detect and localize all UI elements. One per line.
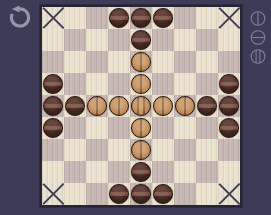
cell-h2[interactable] <box>196 29 218 51</box>
cell-a5[interactable] <box>42 95 64 117</box>
restart-circular-arrow-icon <box>7 4 33 30</box>
cell-h5[interactable] <box>196 95 218 117</box>
cell-i9[interactable] <box>218 183 240 205</box>
cell-b5[interactable] <box>64 95 86 117</box>
cell-f4[interactable] <box>152 73 174 95</box>
attacker-piece[interactable] <box>219 118 239 138</box>
attacker-piece[interactable] <box>131 184 151 204</box>
cell-f3[interactable] <box>152 51 174 73</box>
cell-e2[interactable] <box>130 29 152 51</box>
cell-f2[interactable] <box>152 29 174 51</box>
defender-piece[interactable] <box>87 96 107 116</box>
king-piece[interactable] <box>131 96 151 116</box>
cell-b2[interactable] <box>64 29 86 51</box>
cell-b7[interactable] <box>64 139 86 161</box>
cell-c3[interactable] <box>86 51 108 73</box>
cell-i5[interactable] <box>218 95 240 117</box>
defender-piece[interactable] <box>131 74 151 94</box>
corner-x-mark <box>218 7 240 29</box>
cell-a9[interactable] <box>42 183 64 205</box>
cell-i7[interactable] <box>218 139 240 161</box>
attacker-piece[interactable] <box>219 74 239 94</box>
attacker-piece[interactable] <box>131 162 151 182</box>
cell-a1[interactable] <box>42 7 64 29</box>
cell-i1[interactable] <box>218 7 240 29</box>
cell-a4[interactable] <box>42 73 64 95</box>
cell-d6[interactable] <box>108 117 130 139</box>
cell-d7[interactable] <box>108 139 130 161</box>
cell-e8[interactable] <box>130 161 152 183</box>
attacker-piece[interactable] <box>43 96 63 116</box>
cell-i8[interactable] <box>218 161 240 183</box>
cell-d9[interactable] <box>108 183 130 205</box>
cell-c2[interactable] <box>86 29 108 51</box>
cell-g2[interactable] <box>174 29 196 51</box>
defender-piece[interactable] <box>131 52 151 72</box>
cell-g6[interactable] <box>174 117 196 139</box>
cell-h1[interactable] <box>196 7 218 29</box>
cell-a3[interactable] <box>42 51 64 73</box>
cell-i4[interactable] <box>218 73 240 95</box>
corner-x-mark <box>218 183 240 205</box>
game-screen <box>0 0 271 215</box>
cell-b1[interactable] <box>64 7 86 29</box>
attacker-piece[interactable] <box>43 74 63 94</box>
cell-g4[interactable] <box>174 73 196 95</box>
cell-i2[interactable] <box>218 29 240 51</box>
cell-c5[interactable] <box>86 95 108 117</box>
cell-d4[interactable] <box>108 73 130 95</box>
cell-h7[interactable] <box>196 139 218 161</box>
corner-x-mark <box>42 183 64 205</box>
cell-h9[interactable] <box>196 183 218 205</box>
cell-d1[interactable] <box>108 7 130 29</box>
defender-disc-icon <box>248 9 268 28</box>
attacker-disc-icon <box>248 28 268 47</box>
cell-e5[interactable] <box>130 95 152 117</box>
defender-piece[interactable] <box>153 96 173 116</box>
cell-h6[interactable] <box>196 117 218 139</box>
tablut-board[interactable] <box>40 5 242 207</box>
cell-f9[interactable] <box>152 183 174 205</box>
cell-e1[interactable] <box>130 7 152 29</box>
cell-d3[interactable] <box>108 51 130 73</box>
cell-c8[interactable] <box>86 161 108 183</box>
attacker-piece[interactable] <box>109 184 129 204</box>
cell-a2[interactable] <box>42 29 64 51</box>
attacker-piece[interactable] <box>197 96 217 116</box>
attacker-piece[interactable] <box>43 118 63 138</box>
cell-a6[interactable] <box>42 117 64 139</box>
cell-g8[interactable] <box>174 161 196 183</box>
corner-x-mark <box>42 7 64 29</box>
cell-f8[interactable] <box>152 161 174 183</box>
cell-g7[interactable] <box>174 139 196 161</box>
attacker-piece[interactable] <box>131 8 151 28</box>
cell-c4[interactable] <box>86 73 108 95</box>
attacker-piece[interactable] <box>65 96 85 116</box>
cell-e3[interactable] <box>130 51 152 73</box>
cell-f5[interactable] <box>152 95 174 117</box>
cell-b3[interactable] <box>64 51 86 73</box>
cell-d5[interactable] <box>108 95 130 117</box>
cell-i3[interactable] <box>218 51 240 73</box>
cell-i6[interactable] <box>218 117 240 139</box>
cell-f1[interactable] <box>152 7 174 29</box>
cell-d8[interactable] <box>108 161 130 183</box>
cell-e6[interactable] <box>130 117 152 139</box>
defender-piece[interactable] <box>109 96 129 116</box>
cell-g9[interactable] <box>174 183 196 205</box>
cell-g3[interactable] <box>174 51 196 73</box>
cell-f7[interactable] <box>152 139 174 161</box>
attacker-piece[interactable] <box>219 96 239 116</box>
king-disc-icon <box>248 47 268 66</box>
cell-b9[interactable] <box>64 183 86 205</box>
restart-button[interactable] <box>7 4 33 30</box>
attacker-piece[interactable] <box>131 30 151 50</box>
piece-legend <box>248 9 268 66</box>
cell-e7[interactable] <box>130 139 152 161</box>
attacker-piece[interactable] <box>153 8 173 28</box>
defender-piece[interactable] <box>175 96 195 116</box>
cell-e9[interactable] <box>130 183 152 205</box>
cell-h8[interactable] <box>196 161 218 183</box>
cell-c9[interactable] <box>86 183 108 205</box>
cell-c1[interactable] <box>86 7 108 29</box>
cell-f6[interactable] <box>152 117 174 139</box>
defender-piece[interactable] <box>131 118 151 138</box>
cell-h3[interactable] <box>196 51 218 73</box>
cell-e4[interactable] <box>130 73 152 95</box>
cell-g1[interactable] <box>174 7 196 29</box>
cell-c7[interactable] <box>86 139 108 161</box>
cell-g5[interactable] <box>174 95 196 117</box>
cell-a8[interactable] <box>42 161 64 183</box>
attacker-piece[interactable] <box>109 8 129 28</box>
cell-b4[interactable] <box>64 73 86 95</box>
defender-piece[interactable] <box>131 140 151 160</box>
attacker-piece[interactable] <box>153 184 173 204</box>
cell-a7[interactable] <box>42 139 64 161</box>
cell-b8[interactable] <box>64 161 86 183</box>
cell-h4[interactable] <box>196 73 218 95</box>
cell-c6[interactable] <box>86 117 108 139</box>
cell-d2[interactable] <box>108 29 130 51</box>
cell-b6[interactable] <box>64 117 86 139</box>
